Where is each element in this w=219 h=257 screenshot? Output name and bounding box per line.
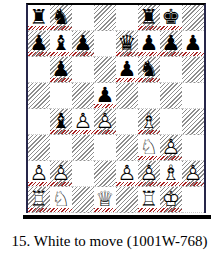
piece-fill-layer: ♟ (94, 109, 116, 134)
square-a5[interactable] (28, 83, 50, 109)
piece-fill-layer: ♟ (28, 161, 50, 186)
piece-fill-layer: ♞ (138, 135, 160, 160)
square-d6[interactable] (94, 57, 116, 83)
square-c3[interactable] (72, 135, 94, 161)
square-a8[interactable]: ♜ (28, 5, 50, 31)
square-e2[interactable]: ♟♙ (116, 161, 138, 187)
piece-black-rook: ♜ (28, 5, 50, 30)
piece-fill-layer: ♝ (160, 161, 182, 186)
piece-black-bishop: ♝ (50, 109, 72, 134)
piece-fill-layer: ♟ (50, 161, 72, 186)
piece-white-pawn: ♙ (94, 109, 116, 134)
square-f1[interactable]: ♜♖ (138, 187, 160, 213)
square-f5[interactable] (138, 83, 160, 109)
square-g5[interactable] (160, 83, 182, 109)
square-d8[interactable] (94, 5, 116, 31)
square-e8[interactable] (116, 5, 138, 31)
diagram-caption: 15. White to move (1001W-768) (0, 233, 219, 250)
square-d3[interactable] (94, 135, 116, 161)
chess-diagram: ♜♞♜♚♟♝♟♛♟♟♟♟♟♞♟♝♟♙♟♙♝♗♞♘♟♙♟♙♟♙♟♙♟♙♝♗♟♙♜♖… (0, 0, 219, 257)
square-h2[interactable]: ♟♙ (182, 161, 204, 187)
square-b5[interactable] (50, 83, 72, 109)
board-frame: ♜♞♜♚♟♝♟♛♟♟♟♟♟♞♟♝♟♙♟♙♝♗♞♘♟♙♟♙♟♙♟♙♟♙♝♗♟♙♜♖… (26, 3, 206, 213)
piece-fill-layer: ♜ (28, 187, 50, 212)
square-e1[interactable] (116, 187, 138, 213)
piece-black-pawn: ♟ (138, 31, 160, 56)
piece-fill-layer: ♟ (182, 161, 204, 186)
piece-black-knight: ♞ (138, 57, 160, 82)
piece-white-knight: ♘ (50, 187, 72, 212)
square-g6[interactable] (160, 57, 182, 83)
square-f3[interactable]: ♞♘ (138, 135, 160, 161)
piece-white-pawn: ♙ (116, 161, 138, 186)
square-e4[interactable] (116, 109, 138, 135)
piece-white-pawn: ♙ (138, 161, 160, 186)
square-f7[interactable]: ♟ (138, 31, 160, 57)
piece-black-pawn: ♟ (160, 31, 182, 56)
piece-black-pawn: ♟ (50, 57, 72, 82)
square-a6[interactable] (28, 57, 50, 83)
square-g3[interactable]: ♟♙ (160, 135, 182, 161)
square-b8[interactable]: ♞ (50, 5, 72, 31)
square-g7[interactable]: ♟ (160, 31, 182, 57)
square-c7[interactable]: ♟ (72, 31, 94, 57)
square-c8[interactable] (72, 5, 94, 31)
square-a2[interactable]: ♟♙ (28, 161, 50, 187)
piece-fill-layer: ♝ (138, 109, 160, 134)
square-a7[interactable]: ♟ (28, 31, 50, 57)
piece-black-bishop: ♝ (50, 31, 72, 56)
square-h7[interactable]: ♟ (182, 31, 204, 57)
piece-white-bishop: ♗ (160, 161, 182, 186)
square-a1[interactable]: ♜♖ (28, 187, 50, 213)
square-h5[interactable] (182, 83, 204, 109)
square-d7[interactable] (94, 31, 116, 57)
square-b4[interactable]: ♝ (50, 109, 72, 135)
square-b1[interactable]: ♞♘ (50, 187, 72, 213)
square-f4[interactable]: ♝♗ (138, 109, 160, 135)
piece-fill-layer: ♟ (72, 109, 94, 134)
piece-white-pawn: ♙ (160, 135, 182, 160)
piece-black-pawn: ♟ (116, 57, 138, 82)
piece-black-rook: ♜ (138, 5, 160, 30)
square-d5[interactable]: ♟ (94, 83, 116, 109)
square-c5[interactable] (72, 83, 94, 109)
square-d1[interactable]: ♛♕ (94, 187, 116, 213)
square-c6[interactable] (72, 57, 94, 83)
square-g2[interactable]: ♝♗ (160, 161, 182, 187)
square-h4[interactable] (182, 109, 204, 135)
square-h1[interactable] (182, 187, 204, 213)
square-h3[interactable] (182, 135, 204, 161)
square-d4[interactable]: ♟♙ (94, 109, 116, 135)
square-f8[interactable]: ♜ (138, 5, 160, 31)
board-bottom-bar (23, 215, 211, 219)
piece-black-knight: ♞ (50, 5, 72, 30)
piece-white-king: ♔ (160, 187, 182, 212)
piece-fill-layer: ♟ (116, 161, 138, 186)
piece-white-pawn: ♙ (28, 161, 50, 186)
piece-fill-layer: ♛ (94, 187, 116, 212)
square-f6[interactable]: ♞ (138, 57, 160, 83)
square-a3[interactable] (28, 135, 50, 161)
square-d2[interactable] (94, 161, 116, 187)
square-e5[interactable] (116, 83, 138, 109)
piece-fill-layer: ♜ (138, 187, 160, 212)
square-e7[interactable]: ♛ (116, 31, 138, 57)
piece-fill-layer: ♟ (160, 135, 182, 160)
piece-black-pawn: ♟ (94, 83, 116, 108)
square-e6[interactable]: ♟ (116, 57, 138, 83)
square-b2[interactable]: ♟♙ (50, 161, 72, 187)
square-b3[interactable] (50, 135, 72, 161)
square-g8[interactable]: ♚ (160, 5, 182, 31)
piece-white-queen: ♕ (94, 187, 116, 212)
square-e3[interactable] (116, 135, 138, 161)
piece-black-pawn: ♟ (28, 31, 50, 56)
square-c2[interactable] (72, 161, 94, 187)
piece-white-rook: ♖ (28, 187, 50, 212)
piece-white-bishop: ♗ (138, 109, 160, 134)
square-c1[interactable] (72, 187, 94, 213)
square-g1[interactable]: ♚♔ (160, 187, 182, 213)
chess-board: ♜♞♜♚♟♝♟♛♟♟♟♟♟♞♟♝♟♙♟♙♝♗♞♘♟♙♟♙♟♙♟♙♟♙♝♗♟♙♜♖… (28, 5, 204, 213)
piece-white-pawn: ♙ (50, 161, 72, 186)
square-f2[interactable]: ♟♙ (138, 161, 160, 187)
piece-white-rook: ♖ (138, 187, 160, 212)
square-h8[interactable] (182, 5, 204, 31)
piece-fill-layer: ♞ (50, 187, 72, 212)
square-c4[interactable]: ♟♙ (72, 109, 94, 135)
piece-black-king: ♚ (160, 5, 182, 30)
square-b6[interactable]: ♟ (50, 57, 72, 83)
piece-white-pawn: ♙ (182, 161, 204, 186)
square-g4[interactable] (160, 109, 182, 135)
piece-fill-layer: ♟ (138, 161, 160, 186)
piece-fill-layer: ♚ (160, 187, 182, 212)
piece-white-knight: ♘ (138, 135, 160, 160)
square-h6[interactable] (182, 57, 204, 83)
piece-black-pawn: ♟ (182, 31, 204, 56)
square-a4[interactable] (28, 109, 50, 135)
piece-black-pawn: ♟ (72, 31, 94, 56)
piece-white-pawn: ♙ (72, 109, 94, 134)
piece-black-queen: ♛ (116, 31, 138, 56)
square-b7[interactable]: ♝ (50, 31, 72, 57)
